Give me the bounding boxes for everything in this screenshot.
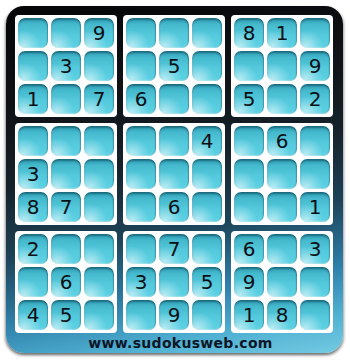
cell-r9-c8[interactable]: 8 (267, 300, 297, 330)
cell-r6-c9[interactable]: 1 (300, 192, 330, 222)
cell-r8-c4[interactable]: 3 (126, 267, 156, 297)
sudoku-board: 9317568195238746612645735963918 (15, 15, 333, 333)
cell-r1-c6[interactable] (192, 18, 222, 48)
cell-r7-c3[interactable] (84, 234, 114, 264)
box-1-2: 56 (123, 15, 225, 117)
cell-r1-c3[interactable]: 9 (84, 18, 114, 48)
cell-r1-c5[interactable] (159, 18, 189, 48)
cell-r9-c1[interactable]: 4 (18, 300, 48, 330)
cell-r5-c1[interactable]: 3 (18, 159, 48, 189)
cell-r9-c6[interactable] (192, 300, 222, 330)
cell-r5-c9[interactable] (300, 159, 330, 189)
cell-r4-c3[interactable] (84, 126, 114, 156)
box-3-1: 2645 (15, 231, 117, 333)
cell-r5-c7[interactable] (234, 159, 264, 189)
box-2-2: 46 (123, 123, 225, 225)
cell-r1-c2[interactable] (51, 18, 81, 48)
cell-r3-c9[interactable]: 2 (300, 84, 330, 114)
cell-r8-c6[interactable]: 5 (192, 267, 222, 297)
cell-r3-c6[interactable] (192, 84, 222, 114)
cell-r1-c4[interactable] (126, 18, 156, 48)
cell-r6-c5[interactable]: 6 (159, 192, 189, 222)
cell-r1-c7[interactable]: 8 (234, 18, 264, 48)
cell-r6-c7[interactable] (234, 192, 264, 222)
cell-r2-c8[interactable] (267, 51, 297, 81)
cell-r6-c1[interactable]: 8 (18, 192, 48, 222)
cell-r9-c3[interactable] (84, 300, 114, 330)
cell-r4-c8[interactable]: 6 (267, 126, 297, 156)
cell-r3-c2[interactable] (51, 84, 81, 114)
cell-r9-c7[interactable]: 1 (234, 300, 264, 330)
cell-r3-c7[interactable]: 5 (234, 84, 264, 114)
cell-r1-c9[interactable] (300, 18, 330, 48)
box-3-2: 7359 (123, 231, 225, 333)
cell-r1-c8[interactable]: 1 (267, 18, 297, 48)
cell-r5-c3[interactable] (84, 159, 114, 189)
cell-r2-c5[interactable]: 5 (159, 51, 189, 81)
cell-r4-c4[interactable] (126, 126, 156, 156)
cell-r9-c5[interactable]: 9 (159, 300, 189, 330)
cell-r8-c1[interactable] (18, 267, 48, 297)
cell-r6-c4[interactable] (126, 192, 156, 222)
website-link[interactable]: www.sudokusweb.com (12, 335, 349, 351)
box-1-3: 81952 (231, 15, 333, 117)
cell-r7-c9[interactable]: 3 (300, 234, 330, 264)
cell-r4-c5[interactable] (159, 126, 189, 156)
cell-r3-c5[interactable] (159, 84, 189, 114)
cell-r4-c6[interactable]: 4 (192, 126, 222, 156)
cell-r9-c4[interactable] (126, 300, 156, 330)
cell-r3-c4[interactable]: 6 (126, 84, 156, 114)
cell-r3-c3[interactable]: 7 (84, 84, 114, 114)
cell-r3-c1[interactable]: 1 (18, 84, 48, 114)
cell-r4-c2[interactable] (51, 126, 81, 156)
cell-r6-c8[interactable] (267, 192, 297, 222)
box-2-1: 387 (15, 123, 117, 225)
cell-r5-c8[interactable] (267, 159, 297, 189)
cell-r8-c8[interactable] (267, 267, 297, 297)
cell-r9-c9[interactable] (300, 300, 330, 330)
cell-r7-c2[interactable] (51, 234, 81, 264)
board-frame: 9317568195238746612645735963918 www.sudo… (6, 6, 343, 353)
cell-r5-c4[interactable] (126, 159, 156, 189)
cell-r2-c6[interactable] (192, 51, 222, 81)
cell-r8-c2[interactable]: 6 (51, 267, 81, 297)
cell-r2-c7[interactable] (234, 51, 264, 81)
cell-r7-c5[interactable]: 7 (159, 234, 189, 264)
box-1-1: 9317 (15, 15, 117, 117)
cell-r7-c7[interactable]: 6 (234, 234, 264, 264)
cell-r3-c8[interactable] (267, 84, 297, 114)
cell-r4-c7[interactable] (234, 126, 264, 156)
cell-r4-c9[interactable] (300, 126, 330, 156)
cell-r7-c4[interactable] (126, 234, 156, 264)
cell-r1-c1[interactable] (18, 18, 48, 48)
cell-r4-c1[interactable] (18, 126, 48, 156)
cell-r2-c9[interactable]: 9 (300, 51, 330, 81)
cell-r8-c7[interactable]: 9 (234, 267, 264, 297)
cell-r7-c6[interactable] (192, 234, 222, 264)
cell-r6-c3[interactable] (84, 192, 114, 222)
cell-r5-c5[interactable] (159, 159, 189, 189)
box-2-3: 61 (231, 123, 333, 225)
cell-r8-c3[interactable] (84, 267, 114, 297)
box-3-3: 63918 (231, 231, 333, 333)
cell-r2-c1[interactable] (18, 51, 48, 81)
cell-r2-c4[interactable] (126, 51, 156, 81)
cell-r6-c6[interactable] (192, 192, 222, 222)
cell-r2-c2[interactable]: 3 (51, 51, 81, 81)
cell-r7-c1[interactable]: 2 (18, 234, 48, 264)
cell-r9-c2[interactable]: 5 (51, 300, 81, 330)
cell-r7-c8[interactable] (267, 234, 297, 264)
cell-r2-c3[interactable] (84, 51, 114, 81)
cell-r8-c9[interactable] (300, 267, 330, 297)
cell-r8-c5[interactable] (159, 267, 189, 297)
cell-r5-c2[interactable] (51, 159, 81, 189)
cell-r6-c2[interactable]: 7 (51, 192, 81, 222)
cell-r5-c6[interactable] (192, 159, 222, 189)
